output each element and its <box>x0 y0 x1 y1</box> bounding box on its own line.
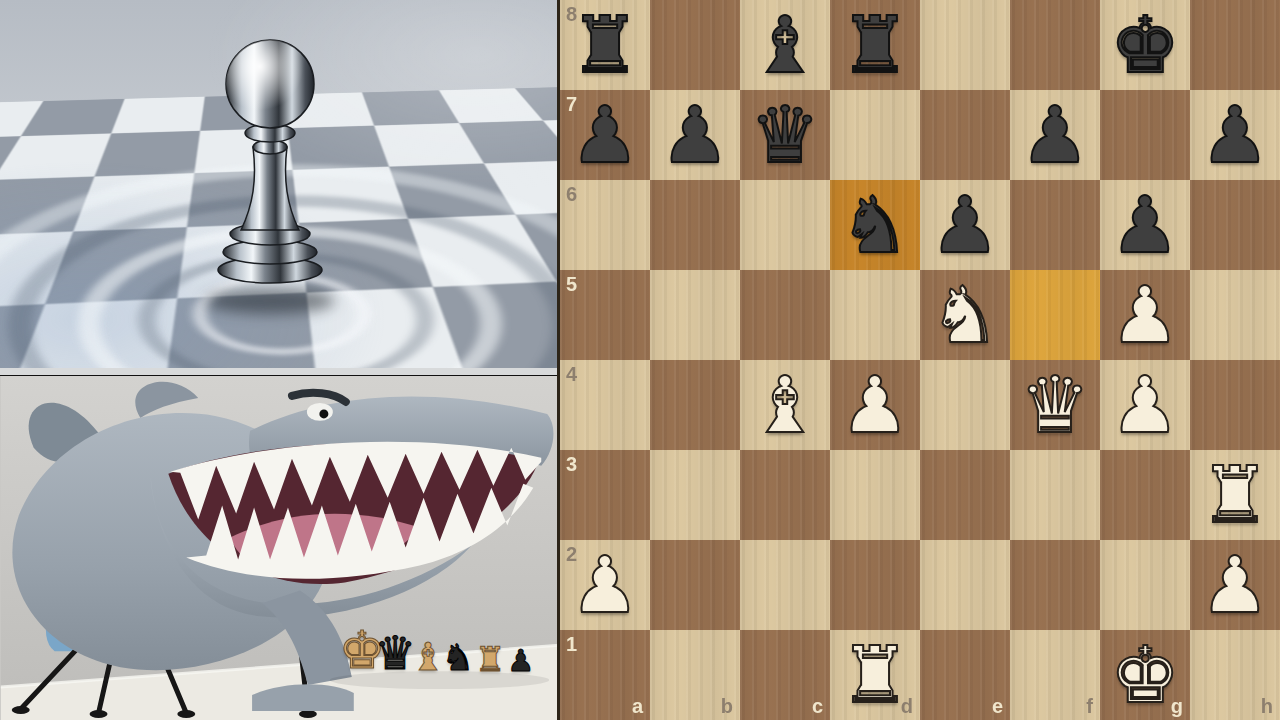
square-d7[interactable] <box>830 90 920 180</box>
chess-board[interactable]: 8♜♝♜♚7♟♟♛♟♟6♞♟♟5♞♟4♝♟♛♟3♜2♟♟1abcd♜efg♚h <box>560 0 1280 720</box>
white-bishop-c4[interactable]: ♝ <box>740 360 830 450</box>
square-g3[interactable] <box>1100 450 1190 540</box>
rank-label-3: 3 <box>566 454 577 474</box>
tray-pieces: ♚♛♝♞♜♟ <box>0 376 560 720</box>
rank-label-5: 5 <box>566 274 577 294</box>
square-a4[interactable]: 4 <box>560 360 650 450</box>
square-c6[interactable] <box>740 180 830 270</box>
black-pawn-b7[interactable]: ♟ <box>650 90 740 180</box>
tray-light-bishop: ♝ <box>411 638 445 676</box>
black-pawn-h7[interactable]: ♟ <box>1190 90 1280 180</box>
square-f2[interactable] <box>1010 540 1100 630</box>
square-e2[interactable] <box>920 540 1010 630</box>
square-d1[interactable]: d♜ <box>830 630 920 720</box>
black-king-g8[interactable]: ♚ <box>1100 0 1190 90</box>
black-knight-d6[interactable]: ♞ <box>830 180 920 270</box>
square-f6[interactable] <box>1010 180 1100 270</box>
black-bishop-c8[interactable]: ♝ <box>740 0 830 90</box>
square-b6[interactable] <box>650 180 740 270</box>
square-a6[interactable]: 6 <box>560 180 650 270</box>
square-c1[interactable]: c <box>740 630 830 720</box>
square-a8[interactable]: 8♜ <box>560 0 650 90</box>
square-g2[interactable] <box>1100 540 1190 630</box>
square-h6[interactable] <box>1190 180 1280 270</box>
rank-label-6: 6 <box>566 184 577 204</box>
file-label-c: c <box>812 696 823 716</box>
rank-label-4: 4 <box>566 364 577 384</box>
black-rook-d8[interactable]: ♜ <box>830 0 920 90</box>
square-b1[interactable]: b <box>650 630 740 720</box>
white-pawn-d4[interactable]: ♟ <box>830 360 920 450</box>
square-c5[interactable] <box>740 270 830 360</box>
white-queen-f4[interactable]: ♛ <box>1010 360 1100 450</box>
tray-dark-knight: ♞ <box>442 640 474 676</box>
square-d2[interactable] <box>830 540 920 630</box>
square-c7[interactable]: ♛ <box>740 90 830 180</box>
white-rook-d1[interactable]: ♜ <box>830 630 920 720</box>
white-pawn-a2[interactable]: ♟ <box>560 540 650 630</box>
square-f5[interactable] <box>1010 270 1100 360</box>
square-b7[interactable]: ♟ <box>650 90 740 180</box>
black-pawn-e6[interactable]: ♟ <box>920 180 1010 270</box>
square-h5[interactable] <box>1190 270 1280 360</box>
square-h2[interactable]: ♟ <box>1190 540 1280 630</box>
square-d5[interactable] <box>830 270 920 360</box>
square-b3[interactable] <box>650 450 740 540</box>
square-a1[interactable]: 1a <box>560 630 650 720</box>
square-e1[interactable]: e <box>920 630 1010 720</box>
file-label-h: h <box>1261 696 1273 716</box>
black-rook-a8[interactable]: ♜ <box>560 0 650 90</box>
square-g7[interactable] <box>1100 90 1190 180</box>
square-c4[interactable]: ♝ <box>740 360 830 450</box>
square-e6[interactable]: ♟ <box>920 180 1010 270</box>
square-h1[interactable]: h <box>1190 630 1280 720</box>
shark-photo: ♚♛♝♞♜♟ <box>0 376 560 720</box>
square-d6[interactable]: ♞ <box>830 180 920 270</box>
square-c2[interactable] <box>740 540 830 630</box>
square-f3[interactable] <box>1010 450 1100 540</box>
square-b2[interactable] <box>650 540 740 630</box>
square-f8[interactable] <box>1010 0 1100 90</box>
white-rook-h3[interactable]: ♜ <box>1190 450 1280 540</box>
square-a3[interactable]: 3 <box>560 450 650 540</box>
black-pawn-a7[interactable]: ♟ <box>560 90 650 180</box>
pawn-ripple-photo <box>0 0 560 375</box>
square-e4[interactable] <box>920 360 1010 450</box>
square-h3[interactable]: ♜ <box>1190 450 1280 540</box>
square-g4[interactable]: ♟ <box>1100 360 1190 450</box>
square-d3[interactable] <box>830 450 920 540</box>
square-f4[interactable]: ♛ <box>1010 360 1100 450</box>
white-pawn-h2[interactable]: ♟ <box>1190 540 1280 630</box>
square-e5[interactable]: ♞ <box>920 270 1010 360</box>
square-h7[interactable]: ♟ <box>1190 90 1280 180</box>
screenshot-root: ♚♛♝♞♜♟ 8♜♝♜♚7♟♟♛♟♟6♞♟♟5♞♟4♝♟♛♟3♜2♟♟1abcd… <box>0 0 1280 720</box>
black-queen-c7[interactable]: ♛ <box>740 90 830 180</box>
file-label-a: a <box>632 696 643 716</box>
square-d4[interactable]: ♟ <box>830 360 920 450</box>
file-label-f: f <box>1086 696 1093 716</box>
white-knight-e5[interactable]: ♞ <box>920 270 1010 360</box>
square-d8[interactable]: ♜ <box>830 0 920 90</box>
square-g6[interactable]: ♟ <box>1100 180 1190 270</box>
square-e7[interactable] <box>920 90 1010 180</box>
panel-divider <box>0 368 560 375</box>
square-a2[interactable]: 2♟ <box>560 540 650 630</box>
white-pawn-g5[interactable]: ♟ <box>1100 270 1190 360</box>
rank-label-1: 1 <box>566 634 577 654</box>
square-h8[interactable] <box>1190 0 1280 90</box>
white-pawn-g4[interactable]: ♟ <box>1100 360 1190 450</box>
black-pawn-f7[interactable]: ♟ <box>1010 90 1100 180</box>
chrome-pawn-icon <box>195 30 345 310</box>
square-e3[interactable] <box>920 450 1010 540</box>
file-label-b: b <box>721 696 733 716</box>
square-a5[interactable]: 5 <box>560 270 650 360</box>
square-g5[interactable]: ♟ <box>1100 270 1190 360</box>
square-f7[interactable]: ♟ <box>1010 90 1100 180</box>
square-a7[interactable]: 7♟ <box>560 90 650 180</box>
square-b4[interactable] <box>650 360 740 450</box>
black-pawn-g6[interactable]: ♟ <box>1100 180 1190 270</box>
square-e8[interactable] <box>920 0 1010 90</box>
square-f1[interactable]: f <box>1010 630 1100 720</box>
square-g1[interactable]: g♚ <box>1100 630 1190 720</box>
square-h4[interactable] <box>1190 360 1280 450</box>
file-label-e: e <box>992 696 1003 716</box>
tray-dark-queen: ♛ <box>374 630 415 676</box>
square-g8[interactable]: ♚ <box>1100 0 1190 90</box>
square-b5[interactable] <box>650 270 740 360</box>
square-b8[interactable] <box>650 0 740 90</box>
square-c3[interactable] <box>740 450 830 540</box>
white-king-g1[interactable]: ♚ <box>1100 630 1190 720</box>
tray-light-rook: ♜ <box>475 642 505 676</box>
square-c8[interactable]: ♝ <box>740 0 830 90</box>
tray-dark-pawn: ♟ <box>508 646 535 676</box>
